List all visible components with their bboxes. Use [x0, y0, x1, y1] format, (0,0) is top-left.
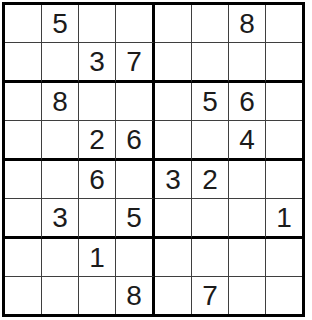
cell-r3c2[interactable]: 8: [42, 83, 79, 121]
cell-r1c1[interactable]: [5, 5, 42, 43]
cell-r4c3[interactable]: 2: [79, 121, 116, 161]
cell-r1c5[interactable]: [155, 5, 192, 43]
cell-r2c2[interactable]: [42, 43, 79, 83]
given-digit: 2: [89, 126, 105, 154]
cell-r7c7[interactable]: [229, 239, 266, 277]
cell-r7c1[interactable]: [5, 239, 42, 277]
cell-r6c8[interactable]: 1: [266, 199, 302, 239]
cell-r3c1[interactable]: [5, 83, 42, 121]
cell-r7c5[interactable]: [155, 239, 192, 277]
cell-r8c1[interactable]: [5, 277, 42, 314]
cell-r8c7[interactable]: [229, 277, 266, 314]
cell-r5c6[interactable]: 2: [192, 161, 229, 199]
cell-r2c8[interactable]: [266, 43, 302, 83]
cell-r4c2[interactable]: [42, 121, 79, 161]
given-digit: 8: [239, 10, 255, 38]
cell-r7c8[interactable]: [266, 239, 302, 277]
cell-r4c4[interactable]: 6: [116, 121, 155, 161]
cell-r5c3[interactable]: 6: [79, 161, 116, 199]
given-digit: 6: [89, 166, 105, 194]
cell-r8c6[interactable]: 7: [192, 277, 229, 314]
cell-r2c1[interactable]: [5, 43, 42, 83]
cell-r4c6[interactable]: [192, 121, 229, 161]
cell-r8c8[interactable]: [266, 277, 302, 314]
cell-r6c4[interactable]: 5: [116, 199, 155, 239]
cell-r1c3[interactable]: [79, 5, 116, 43]
cell-r7c4[interactable]: [116, 239, 155, 277]
cell-r6c2[interactable]: 3: [42, 199, 79, 239]
cell-r8c4[interactable]: 8: [116, 277, 155, 314]
cell-r1c6[interactable]: [192, 5, 229, 43]
cell-r2c6[interactable]: [192, 43, 229, 83]
cell-r2c7[interactable]: [229, 43, 266, 83]
cell-r6c1[interactable]: [5, 199, 42, 239]
cell-r6c7[interactable]: [229, 199, 266, 239]
given-digit: 4: [239, 126, 255, 154]
given-digit: 5: [126, 204, 142, 232]
given-digit: 1: [276, 204, 292, 232]
given-digit: 3: [165, 166, 181, 194]
cell-r7c6[interactable]: [192, 239, 229, 277]
cell-r6c6[interactable]: [192, 199, 229, 239]
cell-r2c4[interactable]: 7: [116, 43, 155, 83]
cell-r3c8[interactable]: [266, 83, 302, 121]
cell-r5c4[interactable]: [116, 161, 155, 199]
cell-r1c8[interactable]: [266, 5, 302, 43]
cell-r4c7[interactable]: 4: [229, 121, 266, 161]
cell-r2c3[interactable]: 3: [79, 43, 116, 83]
cell-r5c7[interactable]: [229, 161, 266, 199]
cell-r8c3[interactable]: [79, 277, 116, 314]
cell-r7c2[interactable]: [42, 239, 79, 277]
given-digit: 6: [126, 126, 142, 154]
cell-r8c2[interactable]: [42, 277, 79, 314]
sudoku-board: 5837856264632351187: [2, 2, 305, 317]
cell-r6c5[interactable]: [155, 199, 192, 239]
cell-r5c2[interactable]: [42, 161, 79, 199]
given-digit: 7: [202, 282, 218, 310]
given-digit: 8: [52, 88, 68, 116]
cell-r3c5[interactable]: [155, 83, 192, 121]
cell-r5c8[interactable]: [266, 161, 302, 199]
given-digit: 5: [202, 88, 218, 116]
cell-r2c5[interactable]: [155, 43, 192, 83]
cell-r1c2[interactable]: 5: [42, 5, 79, 43]
given-digit: 7: [126, 48, 142, 76]
cell-r4c8[interactable]: [266, 121, 302, 161]
cell-r8c5[interactable]: [155, 277, 192, 314]
cell-r7c3[interactable]: 1: [79, 239, 116, 277]
cell-r3c7[interactable]: 6: [229, 83, 266, 121]
given-digit: 5: [52, 10, 68, 38]
given-digit: 2: [202, 166, 218, 194]
cell-r5c5[interactable]: 3: [155, 161, 192, 199]
cell-r1c4[interactable]: [116, 5, 155, 43]
cell-r4c1[interactable]: [5, 121, 42, 161]
cell-r1c7[interactable]: 8: [229, 5, 266, 43]
given-digit: 6: [239, 88, 255, 116]
given-digit: 1: [89, 244, 105, 272]
cell-r3c3[interactable]: [79, 83, 116, 121]
given-digit: 3: [52, 204, 68, 232]
cell-r3c4[interactable]: [116, 83, 155, 121]
given-digit: 8: [126, 282, 142, 310]
cell-r5c1[interactable]: [5, 161, 42, 199]
cell-r4c5[interactable]: [155, 121, 192, 161]
cell-r6c3[interactable]: [79, 199, 116, 239]
cell-r3c6[interactable]: 5: [192, 83, 229, 121]
given-digit: 3: [89, 48, 105, 76]
